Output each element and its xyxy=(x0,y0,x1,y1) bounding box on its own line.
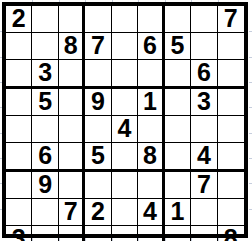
cell-r2c8[interactable] xyxy=(191,33,217,60)
cell-r6c2[interactable]: 6 xyxy=(32,143,58,172)
cell-r8c2[interactable] xyxy=(32,199,58,226)
cell-r9c3[interactable] xyxy=(59,226,85,241)
excel-gridline-tick xyxy=(85,0,86,2)
excel-gridline-tick xyxy=(249,107,252,108)
excel-gridline-tick xyxy=(191,0,192,2)
excel-gridline-tick xyxy=(0,57,2,58)
cell-r2c1[interactable] xyxy=(6,33,32,60)
cell-r3c1[interactable] xyxy=(6,60,32,89)
cell-r8c5[interactable] xyxy=(112,199,138,226)
excel-gridline-tick xyxy=(249,82,252,83)
cell-r7c3[interactable] xyxy=(59,172,85,199)
excel-gridline-tick xyxy=(0,183,2,184)
cell-r1c4[interactable] xyxy=(85,6,111,33)
cell-r2c6[interactable]: 6 xyxy=(138,33,164,60)
cell-r8c6[interactable]: 4 xyxy=(138,199,164,226)
cell-r2c4[interactable]: 7 xyxy=(85,33,111,60)
cell-r7c9[interactable] xyxy=(218,172,244,199)
excel-gridline-tick xyxy=(32,0,33,2)
sudoku-board: 2787653659134658497724138 xyxy=(2,2,248,238)
cell-r4c4[interactable]: 9 xyxy=(85,89,111,116)
cell-r7c6[interactable] xyxy=(138,172,164,199)
excel-gridline-tick xyxy=(249,133,252,134)
excel-gridline-tick xyxy=(249,183,252,184)
cell-r7c1[interactable] xyxy=(6,172,32,199)
cell-r2c2[interactable] xyxy=(32,33,58,60)
cell-r4c8[interactable]: 3 xyxy=(191,89,217,116)
cell-r2c3[interactable]: 8 xyxy=(59,33,85,60)
cell-r6c3[interactable] xyxy=(59,143,85,172)
cell-r5c8[interactable] xyxy=(191,116,217,143)
cell-r1c3[interactable] xyxy=(59,6,85,33)
cell-r3c6[interactable] xyxy=(138,60,164,89)
cell-r8c8[interactable] xyxy=(191,199,217,226)
cell-r1c6[interactable] xyxy=(138,6,164,33)
cell-r4c6[interactable]: 1 xyxy=(138,89,164,116)
cell-r3c7[interactable] xyxy=(165,60,191,89)
cell-r9c4[interactable] xyxy=(85,226,111,241)
cell-r4c5[interactable] xyxy=(112,89,138,116)
cell-r4c1[interactable] xyxy=(6,89,32,116)
cell-r5c1[interactable] xyxy=(6,116,32,143)
cell-r8c4[interactable]: 2 xyxy=(85,199,111,226)
cell-r3c4[interactable] xyxy=(85,60,111,89)
cell-r3c5[interactable] xyxy=(112,60,138,89)
excel-gridline-tick xyxy=(112,0,113,2)
cell-r4c7[interactable] xyxy=(165,89,191,116)
cell-r8c7[interactable]: 1 xyxy=(165,199,191,226)
cell-r6c4[interactable]: 5 xyxy=(85,143,111,172)
excel-gridline-tick xyxy=(138,0,139,2)
cell-r1c7[interactable] xyxy=(165,6,191,33)
excel-gridline-tick xyxy=(0,209,2,210)
cell-r1c2[interactable] xyxy=(32,6,58,33)
cell-r2c9[interactable] xyxy=(218,33,244,60)
cell-r6c8[interactable]: 4 xyxy=(191,143,217,172)
cell-r3c2[interactable]: 3 xyxy=(32,60,58,89)
cell-r4c3[interactable] xyxy=(59,89,85,116)
cell-r6c9[interactable] xyxy=(218,143,244,172)
cell-r5c2[interactable] xyxy=(32,116,58,143)
excel-gridline-tick xyxy=(0,158,2,159)
cell-r3c8[interactable]: 6 xyxy=(191,60,217,89)
cell-r3c9[interactable] xyxy=(218,60,244,89)
cell-r7c8[interactable]: 7 xyxy=(191,172,217,199)
cell-r9c1[interactable]: 3 xyxy=(6,226,32,241)
cell-r1c9[interactable]: 7 xyxy=(218,6,244,33)
excel-gridline-tick xyxy=(59,0,60,2)
excel-gridline-tick xyxy=(0,133,2,134)
excel-gridline-tick xyxy=(0,31,2,32)
cell-r6c6[interactable]: 8 xyxy=(138,143,164,172)
cell-r9c7[interactable] xyxy=(165,226,191,241)
cell-r5c6[interactable] xyxy=(138,116,164,143)
excel-gridline-tick xyxy=(0,107,2,108)
excel-gridline-tick xyxy=(249,57,252,58)
excel-gridline-tick xyxy=(249,158,252,159)
cell-r7c2[interactable]: 9 xyxy=(32,172,58,199)
cell-r9c2[interactable] xyxy=(32,226,58,241)
cell-r4c9[interactable] xyxy=(218,89,244,116)
cell-r5c4[interactable] xyxy=(85,116,111,143)
cell-r7c7[interactable] xyxy=(165,172,191,199)
cell-r5c9[interactable] xyxy=(218,116,244,143)
cell-r8c1[interactable] xyxy=(6,199,32,226)
cell-r8c9[interactable] xyxy=(218,199,244,226)
cell-r9c8[interactable] xyxy=(191,226,217,241)
cell-r9c6[interactable] xyxy=(138,226,164,241)
cell-r5c5[interactable]: 4 xyxy=(112,116,138,143)
cell-r7c4[interactable] xyxy=(85,172,111,199)
excel-gridline-tick xyxy=(218,0,219,2)
excel-gridline-tick xyxy=(249,31,252,32)
cell-r7c5[interactable] xyxy=(112,172,138,199)
cell-r1c1[interactable]: 2 xyxy=(6,6,32,33)
cell-r1c8[interactable] xyxy=(191,6,217,33)
cell-r8c3[interactable]: 7 xyxy=(59,199,85,226)
cell-r5c7[interactable] xyxy=(165,116,191,143)
cell-r6c1[interactable] xyxy=(6,143,32,172)
cell-r9c9[interactable]: 8 xyxy=(218,226,244,241)
cell-r9c5[interactable] xyxy=(112,226,138,241)
cell-r6c7[interactable] xyxy=(165,143,191,172)
excel-gridline-tick xyxy=(0,82,2,83)
cell-r2c5[interactable] xyxy=(112,33,138,60)
excel-gridline-tick xyxy=(249,209,252,210)
sudoku-screenshot: 2787653659134658497724138 xyxy=(0,0,252,241)
cell-r2c7[interactable]: 5 xyxy=(165,33,191,60)
excel-gridline-tick xyxy=(165,0,166,2)
cell-r3c3[interactable] xyxy=(59,60,85,89)
cell-r1c5[interactable] xyxy=(112,6,138,33)
cell-r5c3[interactable] xyxy=(59,116,85,143)
cell-r4c2[interactable]: 5 xyxy=(32,89,58,116)
cell-r6c5[interactable] xyxy=(112,143,138,172)
